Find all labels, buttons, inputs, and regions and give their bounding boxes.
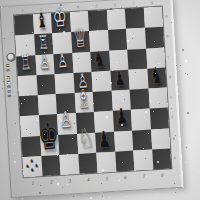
square bbox=[89, 30, 109, 51]
square bbox=[94, 111, 114, 132]
square bbox=[51, 12, 71, 33]
square bbox=[36, 74, 56, 95]
coordinate-label: 6 bbox=[124, 175, 127, 180]
coordinate-label: c bbox=[168, 55, 170, 59]
coordinate-label: d bbox=[169, 75, 171, 79]
coordinate-label: 1 bbox=[21, 8, 24, 13]
coordinate-label: b bbox=[166, 35, 168, 39]
coordinate-label: g bbox=[172, 136, 174, 140]
square bbox=[146, 47, 166, 68]
square bbox=[59, 154, 79, 175]
square bbox=[19, 95, 39, 116]
square bbox=[55, 73, 75, 94]
square bbox=[106, 9, 126, 30]
coordinate-label: 5 bbox=[105, 176, 108, 181]
square bbox=[112, 110, 132, 131]
square bbox=[115, 150, 135, 171]
square bbox=[15, 35, 35, 56]
square bbox=[91, 71, 111, 92]
coordinate-label: 7 bbox=[132, 2, 135, 7]
photo-chess-scene: US CHESS ♞♞♞♞ 1234567812345678abcdefgh♝♔… bbox=[0, 0, 200, 200]
square bbox=[133, 149, 153, 170]
coordinate-label: 4 bbox=[87, 177, 90, 182]
coordinate-label: 8 bbox=[151, 1, 154, 6]
square bbox=[125, 8, 145, 29]
coordinate-label: 4 bbox=[77, 5, 80, 10]
square bbox=[127, 48, 147, 69]
coordinate-label: 3 bbox=[58, 6, 61, 11]
square bbox=[96, 151, 116, 172]
square bbox=[14, 14, 34, 35]
square bbox=[114, 130, 134, 151]
coordinate-label: 6 bbox=[114, 3, 117, 8]
square bbox=[41, 155, 61, 176]
knight-logo-icon: ♞ bbox=[30, 168, 35, 173]
corner-knight-logo: ♞♞♞♞ bbox=[25, 158, 41, 174]
square bbox=[18, 75, 38, 96]
square bbox=[90, 50, 110, 71]
square bbox=[128, 68, 148, 89]
us-chess-logo-icon bbox=[6, 52, 16, 62]
coordinate-label: h bbox=[174, 156, 176, 160]
square bbox=[35, 54, 55, 75]
square bbox=[57, 113, 77, 134]
square bbox=[145, 27, 165, 48]
square bbox=[130, 89, 150, 110]
square bbox=[88, 10, 108, 31]
square bbox=[40, 135, 60, 156]
square bbox=[143, 7, 163, 28]
square bbox=[109, 49, 129, 70]
square bbox=[152, 148, 172, 169]
square bbox=[72, 51, 92, 72]
square bbox=[32, 13, 52, 34]
square bbox=[20, 115, 40, 136]
square bbox=[95, 131, 115, 152]
square bbox=[34, 33, 54, 54]
square bbox=[126, 28, 146, 49]
square bbox=[37, 94, 57, 115]
coordinate-label: 1 bbox=[32, 181, 35, 186]
square bbox=[73, 72, 93, 93]
coordinate-label: 2 bbox=[40, 7, 43, 12]
chess-board: US CHESS ♞♞♞♞ 1234567812345678abcdefgh♝♔… bbox=[0, 0, 184, 198]
square bbox=[111, 90, 131, 111]
coordinate-label: e bbox=[170, 95, 172, 99]
square bbox=[148, 88, 168, 109]
square bbox=[77, 132, 97, 153]
coordinate-label: 5 bbox=[95, 4, 98, 9]
square bbox=[132, 129, 152, 150]
coordinate-label: 2 bbox=[50, 179, 53, 184]
square bbox=[16, 55, 36, 76]
square bbox=[110, 70, 130, 91]
square bbox=[75, 112, 95, 133]
square bbox=[53, 53, 73, 74]
square bbox=[78, 153, 98, 174]
square bbox=[38, 114, 58, 135]
square bbox=[131, 109, 151, 130]
square bbox=[149, 108, 169, 129]
square bbox=[108, 29, 128, 50]
square bbox=[151, 128, 171, 149]
us-chess-logo-text: US CHESS bbox=[5, 64, 12, 99]
knight-logo-icon: ♞ bbox=[34, 163, 39, 168]
square bbox=[69, 11, 89, 32]
square bbox=[74, 92, 94, 113]
coordinate-label: 7 bbox=[142, 174, 145, 179]
coordinate-label: 8 bbox=[161, 173, 164, 178]
coordinate-label: a bbox=[165, 14, 167, 18]
square bbox=[52, 32, 72, 53]
square bbox=[21, 136, 41, 157]
coordinate-label: f bbox=[171, 116, 172, 120]
board-grid bbox=[14, 7, 171, 177]
square bbox=[58, 133, 78, 154]
square bbox=[71, 31, 91, 52]
knight-logo-icon: ♞ bbox=[25, 163, 30, 168]
square bbox=[147, 67, 167, 88]
square bbox=[93, 91, 113, 112]
coordinate-label: 3 bbox=[69, 178, 72, 183]
square bbox=[56, 93, 76, 114]
